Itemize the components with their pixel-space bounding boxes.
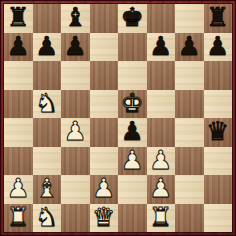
white-knight[interactable]: ♞ <box>35 204 58 230</box>
square-f1[interactable]: ♜ <box>147 204 176 233</box>
square-d5[interactable] <box>90 90 119 119</box>
square-e1[interactable] <box>118 204 147 233</box>
square-a3[interactable] <box>4 147 33 176</box>
square-h3[interactable] <box>204 147 233 176</box>
black-rook[interactable]: ♜ <box>7 4 30 30</box>
black-pawn[interactable]: ♟ <box>178 33 201 59</box>
white-pawn[interactable]: ♟ <box>64 118 87 144</box>
black-pawn[interactable]: ♟ <box>149 33 172 59</box>
white-bishop[interactable]: ♝ <box>35 175 58 201</box>
white-pawn[interactable]: ♟ <box>7 175 30 201</box>
white-pawn[interactable]: ♟ <box>92 175 115 201</box>
black-pawn[interactable]: ♟ <box>7 33 30 59</box>
square-b8[interactable] <box>33 4 62 33</box>
square-b4[interactable] <box>33 118 62 147</box>
square-a2[interactable]: ♟ <box>4 175 33 204</box>
square-c5[interactable] <box>61 90 90 119</box>
square-e8[interactable]: ♚ <box>118 4 147 33</box>
square-f7[interactable]: ♟ <box>147 33 176 62</box>
square-f6[interactable] <box>147 61 176 90</box>
black-king[interactable]: ♚ <box>121 4 144 30</box>
square-h8[interactable]: ♜ <box>204 4 233 33</box>
square-h5[interactable] <box>204 90 233 119</box>
square-a6[interactable] <box>4 61 33 90</box>
square-e4[interactable]: ♟ <box>118 118 147 147</box>
square-f8[interactable] <box>147 4 176 33</box>
square-a4[interactable] <box>4 118 33 147</box>
black-pawn[interactable]: ♟ <box>206 33 229 59</box>
square-a8[interactable]: ♜ <box>4 4 33 33</box>
square-g3[interactable] <box>175 147 204 176</box>
square-c2[interactable] <box>61 175 90 204</box>
white-pawn[interactable]: ♟ <box>149 175 172 201</box>
square-f5[interactable] <box>147 90 176 119</box>
square-c4[interactable]: ♟ <box>61 118 90 147</box>
square-b2[interactable]: ♝ <box>33 175 62 204</box>
square-h1[interactable] <box>204 204 233 233</box>
square-f4[interactable] <box>147 118 176 147</box>
square-h6[interactable] <box>204 61 233 90</box>
square-b7[interactable]: ♟ <box>33 33 62 62</box>
black-pawn[interactable]: ♟ <box>121 118 144 144</box>
white-pawn[interactable]: ♟ <box>149 147 172 173</box>
square-d1[interactable]: ♛ <box>90 204 119 233</box>
square-e5[interactable]: ♚ <box>118 90 147 119</box>
square-c1[interactable] <box>61 204 90 233</box>
chess-board: ♜♝♚♜♟♟♟♟♟♟♞♚♟♟♛♟♟♟♝♟♟♜♞♛♜ <box>4 4 232 232</box>
square-b3[interactable] <box>33 147 62 176</box>
square-a1[interactable]: ♜ <box>4 204 33 233</box>
chess-board-frame: ♜♝♚♜♟♟♟♟♟♟♞♚♟♟♛♟♟♟♝♟♟♜♞♛♜ <box>0 0 236 236</box>
square-c3[interactable] <box>61 147 90 176</box>
square-e6[interactable] <box>118 61 147 90</box>
square-d6[interactable] <box>90 61 119 90</box>
square-d7[interactable] <box>90 33 119 62</box>
square-c8[interactable]: ♝ <box>61 4 90 33</box>
white-pawn[interactable]: ♟ <box>121 147 144 173</box>
white-knight[interactable]: ♞ <box>35 90 58 116</box>
square-b5[interactable]: ♞ <box>33 90 62 119</box>
black-rook[interactable]: ♜ <box>206 4 229 30</box>
square-h7[interactable]: ♟ <box>204 33 233 62</box>
white-rook[interactable]: ♜ <box>149 204 172 230</box>
black-pawn[interactable]: ♟ <box>64 33 87 59</box>
square-g4[interactable] <box>175 118 204 147</box>
square-e3[interactable]: ♟ <box>118 147 147 176</box>
square-g5[interactable] <box>175 90 204 119</box>
black-bishop[interactable]: ♝ <box>64 4 87 30</box>
square-g8[interactable] <box>175 4 204 33</box>
square-g7[interactable]: ♟ <box>175 33 204 62</box>
white-queen[interactable]: ♛ <box>92 204 115 230</box>
square-c7[interactable]: ♟ <box>61 33 90 62</box>
square-h2[interactable] <box>204 175 233 204</box>
square-e2[interactable] <box>118 175 147 204</box>
square-a7[interactable]: ♟ <box>4 33 33 62</box>
square-h4[interactable]: ♛ <box>204 118 233 147</box>
square-d2[interactable]: ♟ <box>90 175 119 204</box>
square-f3[interactable]: ♟ <box>147 147 176 176</box>
square-d8[interactable] <box>90 4 119 33</box>
square-g1[interactable] <box>175 204 204 233</box>
black-pawn[interactable]: ♟ <box>35 33 58 59</box>
square-a5[interactable] <box>4 90 33 119</box>
square-f2[interactable]: ♟ <box>147 175 176 204</box>
square-g6[interactable] <box>175 61 204 90</box>
black-queen[interactable]: ♛ <box>206 118 229 144</box>
square-g2[interactable] <box>175 175 204 204</box>
white-rook[interactable]: ♜ <box>7 204 30 230</box>
square-c6[interactable] <box>61 61 90 90</box>
square-e7[interactable] <box>118 33 147 62</box>
square-d3[interactable] <box>90 147 119 176</box>
square-b6[interactable] <box>33 61 62 90</box>
white-king[interactable]: ♚ <box>121 90 144 116</box>
square-b1[interactable]: ♞ <box>33 204 62 233</box>
square-d4[interactable] <box>90 118 119 147</box>
